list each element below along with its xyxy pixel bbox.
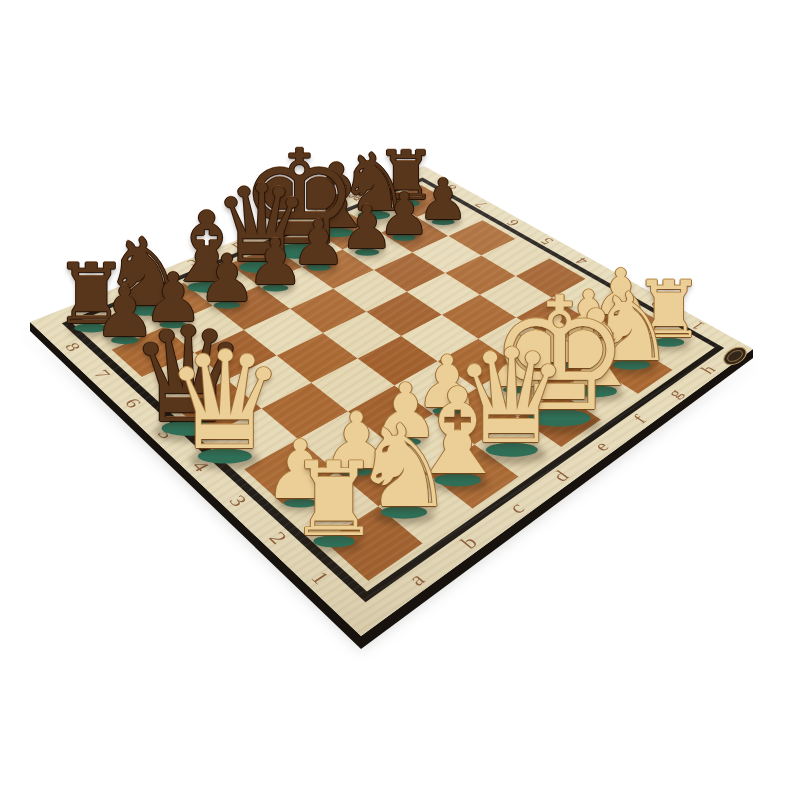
- pawn-glyph: ♟: [340, 199, 394, 259]
- chess-set-product-photo: aabbccddeeffgghh1122334455667788 ♜♞♟♝♟♚♟…: [0, 0, 800, 800]
- rook-glyph: ♜: [288, 449, 380, 552]
